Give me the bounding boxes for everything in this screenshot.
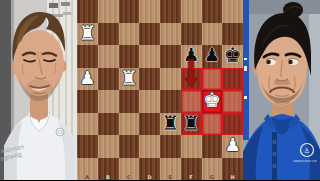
square-e5 — [160, 68, 181, 91]
square-b3 — [98, 113, 119, 136]
square-b1: B — [98, 158, 119, 181]
square-g2 — [202, 135, 223, 158]
square-d1: D — [139, 158, 160, 181]
square-g1: G — [202, 158, 223, 181]
square-d8 — [139, 0, 160, 23]
piece-black-king: ♚ — [224, 45, 242, 65]
piece-black-rook: ♜ — [182, 113, 200, 133]
square-e8 — [160, 0, 181, 23]
square-d5 — [139, 68, 160, 91]
file-label-a: A — [77, 174, 98, 180]
square-g8 — [202, 0, 223, 23]
square-a1: A — [77, 158, 98, 181]
square-b4 — [98, 90, 119, 113]
file-label-c: C — [119, 174, 140, 180]
piece-white-pawn: ♟ — [225, 136, 241, 154]
file-label-e: E — [160, 174, 181, 180]
square-a3 — [77, 113, 98, 136]
square-g5 — [202, 68, 223, 91]
square-f2 — [181, 135, 202, 158]
square-a5: ♟ — [77, 68, 98, 91]
square-g7 — [202, 23, 223, 46]
square-c6 — [119, 45, 140, 68]
square-c4 — [119, 90, 140, 113]
square-d4 — [139, 90, 160, 113]
piece-white-pawn: ♟ — [79, 69, 95, 87]
logo-text: SINQUEFIELD CUP — [293, 160, 317, 163]
right-player-photo: ♙ SINQUEFIELD CUP — [243, 0, 320, 180]
square-c5: ♜ — [119, 68, 140, 91]
square-e4 — [160, 90, 181, 113]
square-h7 — [222, 23, 243, 46]
square-f4 — [181, 90, 202, 113]
square-c2 — [119, 135, 140, 158]
piece-black-rook: ♜ — [161, 113, 179, 133]
file-label-h: H — [222, 174, 243, 180]
square-e2 — [160, 135, 181, 158]
square-f3: ♜ — [181, 113, 202, 136]
square-f6: ♟ — [181, 45, 202, 68]
right-banner — [243, 0, 249, 140]
square-c8 — [119, 0, 140, 23]
piece-white-king: ♚ — [203, 90, 221, 110]
square-d7 — [139, 23, 160, 46]
square-c3 — [119, 113, 140, 136]
left-player-portrait: monsen ogtwiig — [0, 0, 77, 180]
square-h8 — [222, 0, 243, 23]
piece-black-pawn: ♟ — [204, 46, 220, 64]
square-h5 — [222, 68, 243, 91]
square-g3 — [202, 113, 223, 136]
square-f7 — [181, 23, 202, 46]
square-g4: ♚ — [202, 90, 223, 113]
piece-black-pawn: ♟ — [183, 46, 199, 64]
square-b6 — [98, 45, 119, 68]
square-d2 — [139, 135, 160, 158]
square-e7 — [160, 23, 181, 46]
square-a2 — [77, 135, 98, 158]
square-b5 — [98, 68, 119, 91]
square-a4 — [77, 90, 98, 113]
left-player-photo: monsen ogtwiig — [0, 0, 77, 180]
square-e1: E — [160, 158, 181, 181]
piece-white-rook: ♜ — [78, 23, 96, 43]
square-f1: F — [181, 158, 202, 181]
right-player-portrait: ♙ SINQUEFIELD CUP — [243, 0, 320, 180]
square-e3: ♜ — [160, 113, 181, 136]
square-a7: ♜ — [77, 23, 98, 46]
square-f5 — [181, 68, 202, 91]
square-a8 — [77, 0, 98, 23]
square-c7 — [119, 23, 140, 46]
file-label-d: D — [139, 174, 160, 180]
square-d6 — [139, 45, 160, 68]
square-h2: ♟ — [222, 135, 243, 158]
thumbnail: monsen ogtwiig ♜♟♟♚♟♜♚♜♜♟ABCDEFGH — [0, 0, 320, 180]
file-label-b: B — [98, 174, 119, 180]
file-label-f: F — [181, 174, 202, 180]
square-h3 — [222, 113, 243, 136]
file-label-g: G — [202, 174, 223, 180]
chess-board: ♜♟♟♚♟♜♚♜♜♟ABCDEFGH — [77, 0, 243, 180]
logo-chess-piece-icon: ♙ — [304, 147, 310, 155]
square-h6: ♚ — [222, 45, 243, 68]
square-a6 — [77, 45, 98, 68]
square-c1: C — [119, 158, 140, 181]
square-h4 — [222, 90, 243, 113]
square-h1: H — [222, 158, 243, 181]
square-b8 — [98, 0, 119, 23]
square-e6 — [160, 45, 181, 68]
piece-white-rook: ♜ — [120, 68, 138, 88]
square-b7 — [98, 23, 119, 46]
square-d3 — [139, 113, 160, 136]
square-b2 — [98, 135, 119, 158]
square-f8 — [181, 0, 202, 23]
square-g6: ♟ — [202, 45, 223, 68]
